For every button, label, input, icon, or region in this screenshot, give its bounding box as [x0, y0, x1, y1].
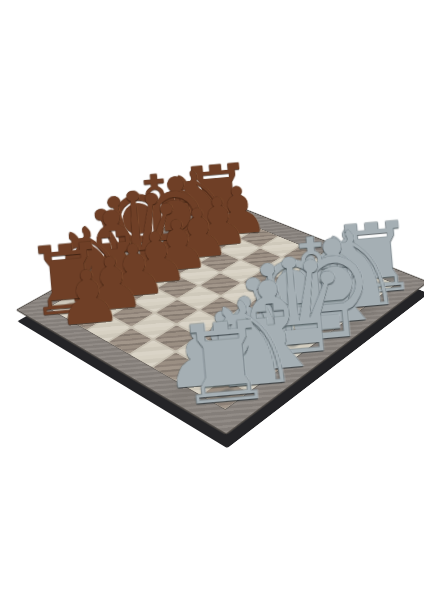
chess-board: ♜♞♝♛♚♝♞♜♟♟♟♟♟♟♟♟♟♟♟♟♟♟♟♟♜♞♝♛♚♝♞♜: [18, 199, 424, 434]
pieces-layer: ♜♞♝♛♚♝♞♜♟♟♟♟♟♟♟♟♟♟♟♟♟♟♟♟♜♞♝♛♚♝♞♜: [48, 211, 395, 408]
product-photo-stage: ♜♞♝♛♚♝♞♜♟♟♟♟♟♟♟♟♟♟♟♟♟♟♟♟♜♞♝♛♚♝♞♜: [0, 0, 424, 600]
camera-tilt: ♜♞♝♛♚♝♞♜♟♟♟♟♟♟♟♟♟♟♟♟♟♟♟♟♜♞♝♛♚♝♞♜: [64, 139, 378, 453]
board-marble-border: ♜♞♝♛♚♝♞♜♟♟♟♟♟♟♟♟♟♟♟♟♟♟♟♟♜♞♝♛♚♝♞♜: [18, 199, 424, 434]
piece-silver-rook-a1: ♜: [133, 302, 314, 426]
